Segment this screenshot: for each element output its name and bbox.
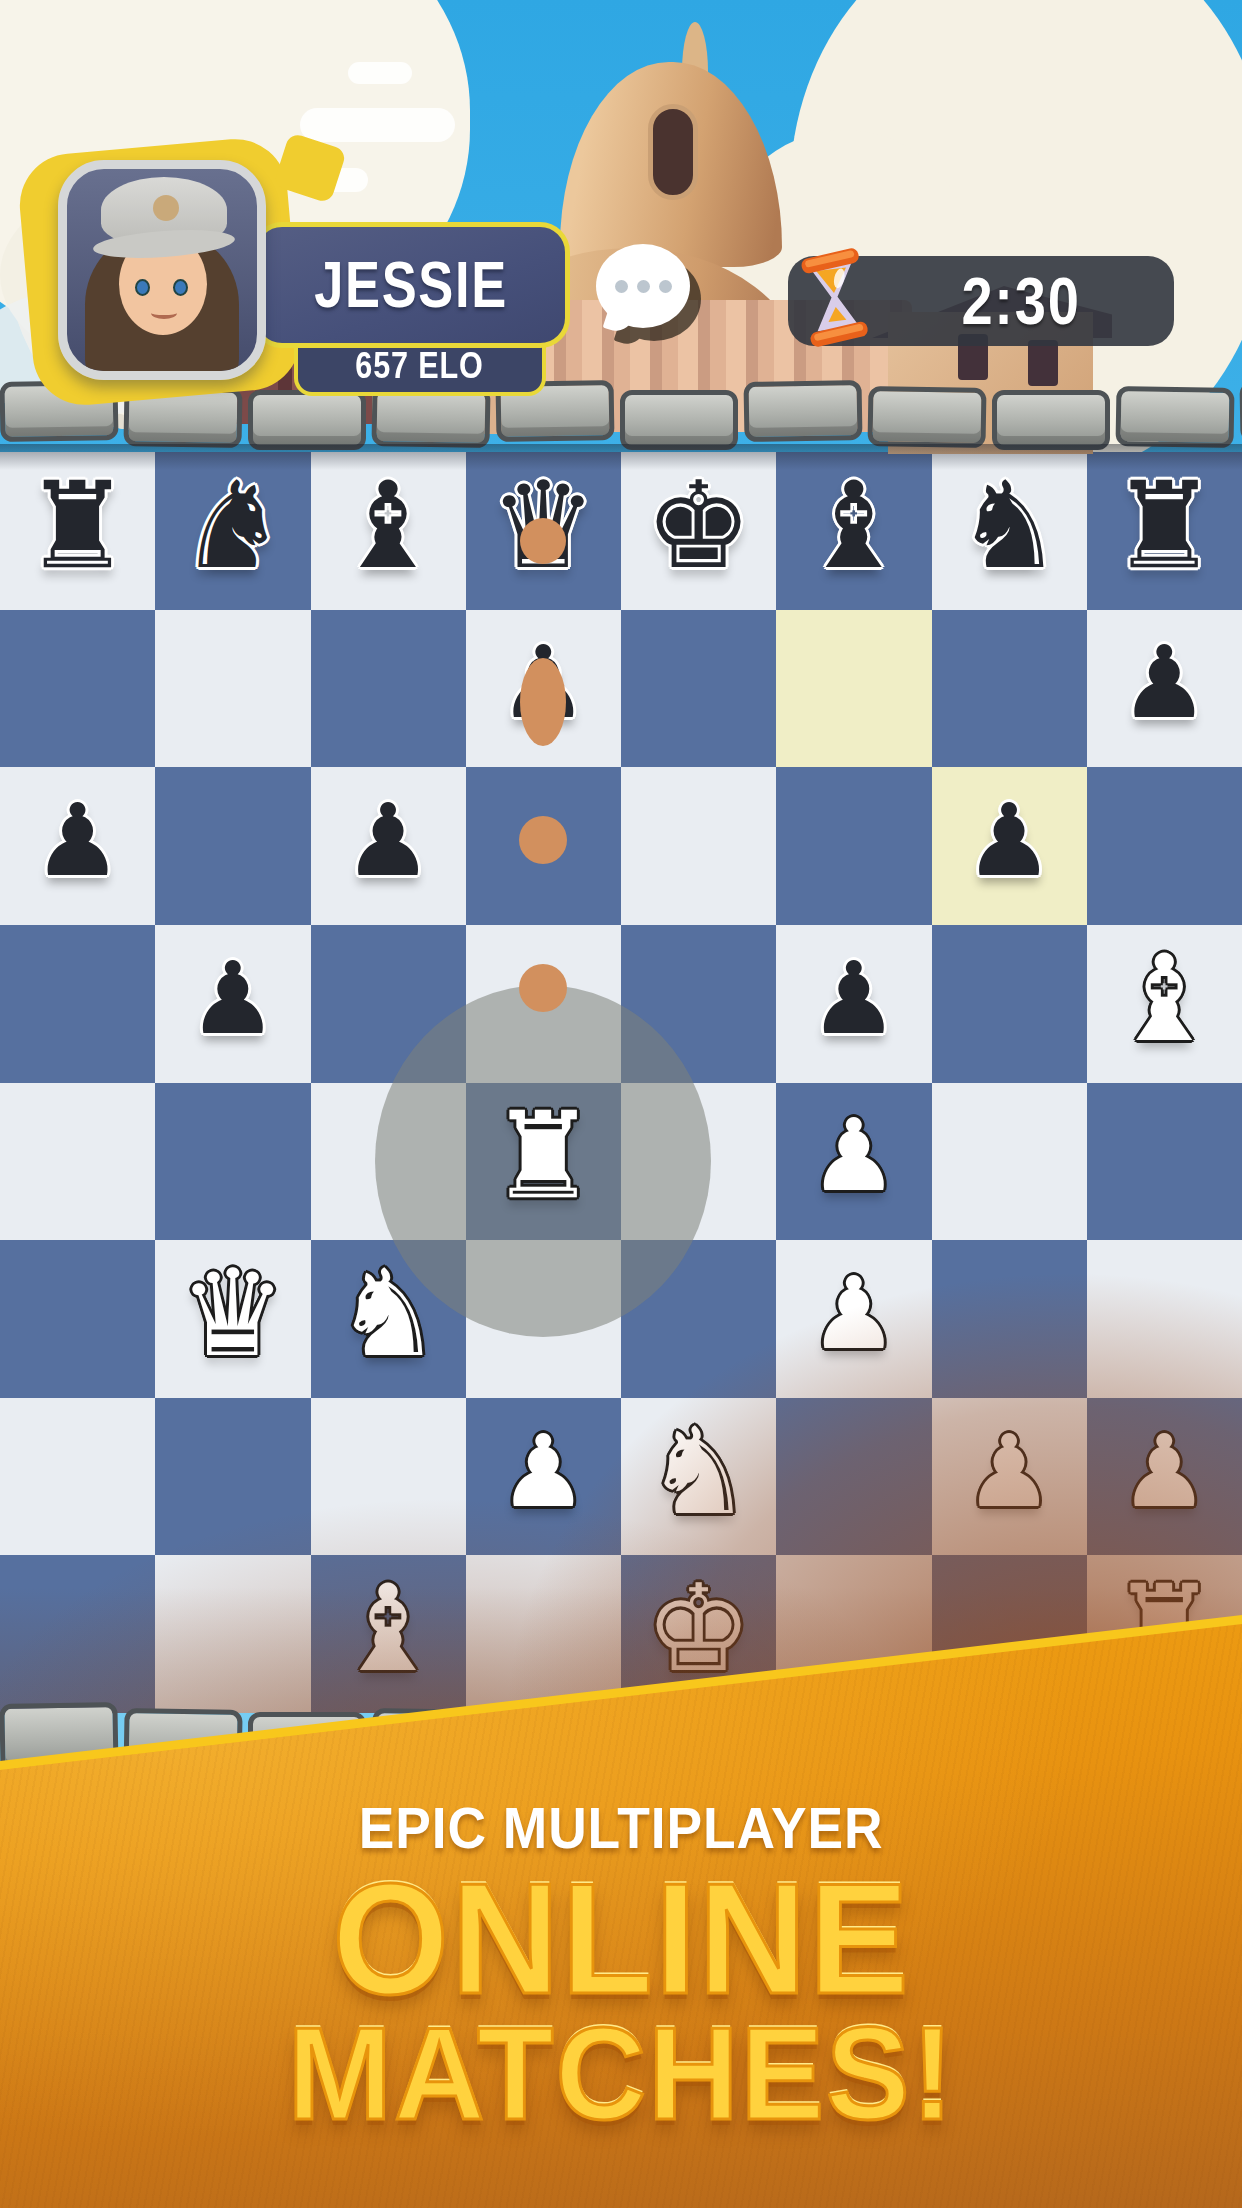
square-a3[interactable] xyxy=(0,1240,155,1398)
piece-white-pawn[interactable]: ♟ xyxy=(776,1234,931,1392)
square-f3[interactable]: ♟ xyxy=(776,1240,931,1398)
piece-white-pawn[interactable]: ♟ xyxy=(1087,1392,1242,1550)
square-h7[interactable]: ♟ xyxy=(1087,610,1242,768)
square-a7[interactable] xyxy=(0,610,155,768)
square-c8[interactable]: ♝ xyxy=(311,452,466,610)
square-d2[interactable]: ♟ xyxy=(466,1398,621,1556)
square-b5[interactable]: ♟ xyxy=(155,925,310,1083)
square-g3[interactable] xyxy=(932,1240,1087,1398)
square-a5[interactable] xyxy=(0,925,155,1083)
square-h4[interactable] xyxy=(1087,1083,1242,1241)
square-h5[interactable]: ♝ xyxy=(1087,925,1242,1083)
stone-block xyxy=(1115,386,1234,448)
cloud-streak xyxy=(348,62,412,84)
opponent-name: JESSIE xyxy=(314,248,508,322)
timer-value: 2:30 xyxy=(891,263,1151,339)
square-a2[interactable] xyxy=(0,1398,155,1556)
square-c7[interactable] xyxy=(311,610,466,768)
square-c1[interactable]: ♝ xyxy=(311,1555,466,1713)
square-e2[interactable]: ♞ xyxy=(621,1398,776,1556)
piece-black-pawn[interactable]: ♟ xyxy=(776,919,931,1077)
square-h2[interactable]: ♟ xyxy=(1087,1398,1242,1556)
opponent-avatar[interactable] xyxy=(58,160,266,380)
piece-white-pawn[interactable]: ♟ xyxy=(932,1392,1087,1550)
square-f4[interactable]: ♟ xyxy=(776,1083,931,1241)
chat-bubble-icon[interactable] xyxy=(596,244,690,328)
stone-block xyxy=(867,386,986,448)
piece-black-pawn[interactable]: ♟ xyxy=(932,761,1087,919)
wall-shadow xyxy=(0,444,1242,470)
avatar-smile xyxy=(151,307,177,319)
opponent-name-plate: JESSIE xyxy=(252,222,570,348)
square-e8[interactable]: ♚ xyxy=(621,452,776,610)
square-b1[interactable] xyxy=(155,1555,310,1713)
square-c3[interactable]: ♞ xyxy=(311,1240,466,1398)
opponent-timer: 2:30 xyxy=(788,256,1174,346)
square-a1[interactable] xyxy=(0,1555,155,1713)
piece-white-queen[interactable]: ♛ xyxy=(155,1234,310,1392)
square-b3[interactable]: ♛ xyxy=(155,1240,310,1398)
square-a4[interactable] xyxy=(0,1083,155,1241)
castle-dome-tower xyxy=(560,62,782,267)
square-g4[interactable] xyxy=(932,1083,1087,1241)
square-g7[interactable] xyxy=(932,610,1087,768)
move-marker-d8 xyxy=(520,518,566,564)
square-b7[interactable] xyxy=(155,610,310,768)
hourglass-icon xyxy=(796,245,873,348)
square-d1[interactable] xyxy=(466,1555,621,1713)
square-b4[interactable] xyxy=(155,1083,310,1241)
piece-white-pawn[interactable]: ♟ xyxy=(776,1077,931,1235)
piece-black-pawn[interactable]: ♟ xyxy=(1087,604,1242,762)
chess-board: ♜♞♝♛♚♝♞♜♟♟♟♟♟♟♟♝♜♟♛♞♟♟♞♟♟♝♚♜ xyxy=(0,452,1242,1713)
piece-white-bishop[interactable]: ♝ xyxy=(311,1549,466,1707)
castle-window xyxy=(1028,340,1058,386)
square-c6[interactable]: ♟ xyxy=(311,767,466,925)
game-screen: JESSIE 657 ELO 2:30 xyxy=(0,0,1242,2208)
piece-white-knight[interactable]: ♞ xyxy=(311,1234,466,1392)
square-g2[interactable]: ♟ xyxy=(932,1398,1087,1556)
stone-block xyxy=(248,390,366,450)
square-a8[interactable]: ♜ xyxy=(0,452,155,610)
square-h8[interactable]: ♜ xyxy=(1087,452,1242,610)
stone-block xyxy=(620,390,738,450)
square-h6[interactable] xyxy=(1087,767,1242,925)
square-e6[interactable] xyxy=(621,767,776,925)
piece-white-rook[interactable]: ♜ xyxy=(466,1077,621,1235)
opponent-elo-ribbon: 657 ELO xyxy=(294,340,546,396)
square-b6[interactable] xyxy=(155,767,310,925)
banner-line2: MATCHES! xyxy=(0,1998,1242,2149)
piece-black-pawn[interactable]: ♟ xyxy=(155,919,310,1077)
square-f7[interactable] xyxy=(776,610,931,768)
avatar-eye xyxy=(135,279,150,296)
avatar-eye xyxy=(173,279,188,296)
stone-block xyxy=(743,380,862,442)
square-c2[interactable] xyxy=(311,1398,466,1556)
square-g5[interactable] xyxy=(932,925,1087,1083)
move-marker-d5 xyxy=(519,964,567,1012)
square-h3[interactable] xyxy=(1087,1240,1242,1398)
chat-ellipsis-dots xyxy=(596,244,690,328)
avatar-cap-badge xyxy=(153,195,179,221)
piece-white-pawn[interactable]: ♟ xyxy=(466,1392,621,1550)
stone-block xyxy=(992,390,1110,450)
piece-white-bishop[interactable]: ♝ xyxy=(1087,919,1242,1077)
square-b8[interactable]: ♞ xyxy=(155,452,310,610)
square-e7[interactable] xyxy=(621,610,776,768)
opponent-elo: 657 ELO xyxy=(356,345,484,387)
square-f6[interactable] xyxy=(776,767,931,925)
cloud-streak xyxy=(300,108,455,142)
square-a6[interactable]: ♟ xyxy=(0,767,155,925)
piece-black-pawn[interactable]: ♟ xyxy=(311,761,466,919)
square-d4[interactable]: ♜ xyxy=(466,1083,621,1241)
piece-black-pawn[interactable]: ♟ xyxy=(0,761,155,919)
square-f5[interactable]: ♟ xyxy=(776,925,931,1083)
square-b2[interactable] xyxy=(155,1398,310,1556)
piece-white-knight[interactable]: ♞ xyxy=(621,1392,776,1550)
square-g8[interactable]: ♞ xyxy=(932,452,1087,610)
square-g6[interactable]: ♟ xyxy=(932,767,1087,925)
square-f2[interactable] xyxy=(776,1398,931,1556)
square-f8[interactable]: ♝ xyxy=(776,452,931,610)
castle-window xyxy=(648,104,698,200)
